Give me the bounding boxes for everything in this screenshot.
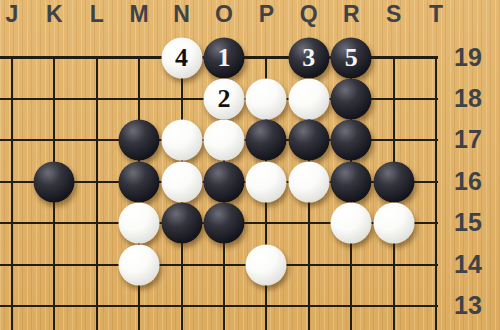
stone-black-Q17[interactable] — [288, 120, 329, 161]
stone-white-S15[interactable] — [373, 203, 414, 244]
stone-black-R17[interactable] — [331, 120, 372, 161]
stone-black-O16[interactable] — [204, 161, 245, 202]
column-label-J: J — [6, 1, 19, 28]
stone-black-M17[interactable] — [119, 120, 160, 161]
move-number-label-2: 2 — [218, 86, 231, 112]
stone-black-Q19[interactable]: 3 — [288, 37, 329, 78]
stone-black-S16[interactable] — [373, 161, 414, 202]
stone-white-M14[interactable] — [119, 244, 160, 285]
column-label-M: M — [130, 1, 149, 28]
move-number-label-4: 4 — [175, 45, 188, 71]
stone-black-K16[interactable] — [34, 161, 75, 202]
column-label-K: K — [46, 1, 63, 28]
move-number-label-5: 5 — [345, 45, 358, 71]
stone-white-Q16[interactable] — [288, 161, 329, 202]
column-label-R: R — [343, 1, 360, 28]
grid-hline-14 — [0, 264, 438, 266]
stone-white-Q18[interactable] — [288, 78, 329, 119]
grid-vline-J — [11, 56, 13, 330]
stone-white-P16[interactable] — [246, 161, 287, 202]
stone-black-O15[interactable] — [204, 203, 245, 244]
grid-vline-T — [435, 56, 438, 330]
column-label-N: N — [173, 1, 190, 28]
move-number-label-1: 1 — [218, 45, 231, 71]
row-label-14: 14 — [444, 249, 492, 278]
stone-black-P17[interactable] — [246, 120, 287, 161]
stone-black-R19[interactable]: 5 — [331, 37, 372, 78]
row-label-18: 18 — [444, 84, 492, 113]
go-board-screenshot: JKLMNOPQRST 19181716151413 41352 — [0, 0, 500, 330]
stone-white-P14[interactable] — [246, 244, 287, 285]
column-label-T: T — [429, 1, 443, 28]
stone-white-P18[interactable] — [246, 78, 287, 119]
row-label-16: 16 — [444, 167, 492, 196]
move-number-label-3: 3 — [302, 45, 315, 71]
row-label-19: 19 — [444, 42, 492, 71]
row-label-17: 17 — [444, 125, 492, 154]
stone-white-N16[interactable] — [161, 161, 202, 202]
stone-white-O18[interactable]: 2 — [204, 78, 245, 119]
column-label-P: P — [259, 1, 274, 28]
row-label-13: 13 — [444, 291, 492, 320]
stone-white-N17[interactable] — [161, 120, 202, 161]
column-label-S: S — [386, 1, 401, 28]
stone-black-R16[interactable] — [331, 161, 372, 202]
stone-black-R18[interactable] — [331, 78, 372, 119]
stone-white-N19[interactable]: 4 — [161, 37, 202, 78]
stone-black-N15[interactable] — [161, 203, 202, 244]
stone-black-O19[interactable]: 1 — [204, 37, 245, 78]
column-label-L: L — [90, 1, 104, 28]
stone-white-M15[interactable] — [119, 203, 160, 244]
row-label-15: 15 — [444, 208, 492, 237]
column-label-O: O — [215, 1, 233, 28]
stone-black-M16[interactable] — [119, 161, 160, 202]
stone-white-R15[interactable] — [331, 203, 372, 244]
column-label-Q: Q — [300, 1, 318, 28]
grid-hline-13 — [0, 305, 438, 307]
stone-white-O17[interactable] — [204, 120, 245, 161]
grid-vline-L — [96, 56, 98, 330]
